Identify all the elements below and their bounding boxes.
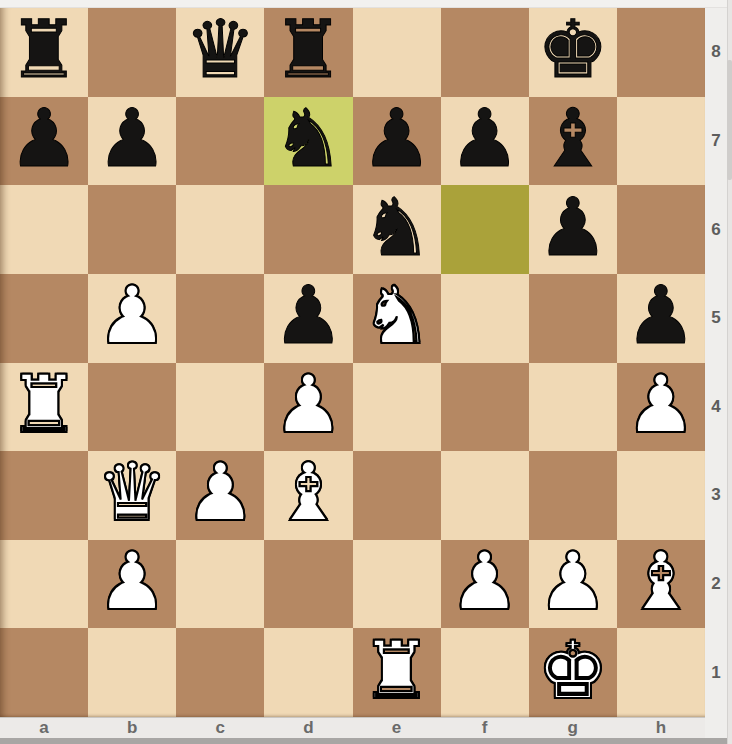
square-a8[interactable]: ♜ [0, 8, 88, 97]
square-b3[interactable]: ♛ [88, 451, 176, 540]
square-g4[interactable] [529, 363, 617, 452]
square-e4[interactable] [353, 363, 441, 452]
square-g5[interactable] [529, 274, 617, 363]
piece-white-rook[interactable]: ♜ [361, 631, 433, 711]
square-c1[interactable] [176, 628, 264, 717]
square-g1[interactable]: ♚ [529, 628, 617, 717]
rank-label-2: 2 [705, 540, 727, 629]
square-b1[interactable] [88, 628, 176, 717]
square-d7[interactable]: ♞ [264, 97, 352, 186]
piece-black-pawn[interactable]: ♟ [273, 276, 345, 356]
piece-black-king[interactable]: ♚ [537, 10, 609, 90]
piece-white-pawn[interactable]: ♟ [449, 542, 521, 622]
bottom-edge-bar [0, 738, 732, 744]
top-margin-strip [0, 0, 732, 8]
square-g3[interactable] [529, 451, 617, 540]
square-h1[interactable] [617, 628, 705, 717]
square-h8[interactable] [617, 8, 705, 97]
square-c6[interactable] [176, 185, 264, 274]
piece-white-pawn[interactable]: ♟ [273, 365, 345, 445]
file-label-d: d [264, 718, 352, 738]
piece-black-bishop[interactable]: ♝ [537, 99, 609, 179]
square-e8[interactable] [353, 8, 441, 97]
square-e7[interactable]: ♟ [353, 97, 441, 186]
square-d4[interactable]: ♟ [264, 363, 352, 452]
square-e5[interactable]: ♞ [353, 274, 441, 363]
square-d8[interactable]: ♜ [264, 8, 352, 97]
square-d2[interactable] [264, 540, 352, 629]
square-a2[interactable] [0, 540, 88, 629]
rank-label-4: 4 [705, 363, 727, 452]
scrollbar-thumb[interactable] [727, 60, 732, 180]
square-f6[interactable] [441, 185, 529, 274]
piece-black-pawn[interactable]: ♟ [625, 276, 697, 356]
square-c2[interactable] [176, 540, 264, 629]
square-g7[interactable]: ♝ [529, 97, 617, 186]
square-c4[interactable] [176, 363, 264, 452]
piece-black-queen[interactable]: ♛ [184, 10, 256, 90]
square-a1[interactable] [0, 628, 88, 717]
scrollbar[interactable] [727, 0, 732, 744]
piece-black-pawn[interactable]: ♟ [8, 99, 80, 179]
piece-black-pawn[interactable]: ♟ [449, 99, 521, 179]
square-f7[interactable]: ♟ [441, 97, 529, 186]
square-e6[interactable]: ♞ [353, 185, 441, 274]
square-e2[interactable] [353, 540, 441, 629]
square-g8[interactable]: ♚ [529, 8, 617, 97]
piece-white-rook[interactable]: ♜ [8, 365, 80, 445]
square-f1[interactable] [441, 628, 529, 717]
square-h2[interactable]: ♝ [617, 540, 705, 629]
square-c5[interactable] [176, 274, 264, 363]
square-e3[interactable] [353, 451, 441, 540]
square-f4[interactable] [441, 363, 529, 452]
square-b6[interactable] [88, 185, 176, 274]
square-b5[interactable]: ♟ [88, 274, 176, 363]
file-label-c: c [176, 718, 264, 738]
square-d5[interactable]: ♟ [264, 274, 352, 363]
square-a6[interactable] [0, 185, 88, 274]
square-f5[interactable] [441, 274, 529, 363]
file-label-f: f [441, 718, 529, 738]
chess-board[interactable]: ♜♛♜♚♟♟♞♟♟♝♞♟♟♟♞♟♜♟♟♛♟♝♟♟♟♝♜♚ [0, 8, 705, 717]
rank-label-3: 3 [705, 451, 727, 540]
piece-white-queen[interactable]: ♛ [96, 453, 168, 533]
square-f8[interactable] [441, 8, 529, 97]
piece-black-knight[interactable]: ♞ [361, 188, 433, 268]
rank-label-1: 1 [705, 628, 727, 717]
piece-white-king[interactable]: ♚ [537, 631, 609, 711]
piece-black-pawn[interactable]: ♟ [537, 188, 609, 268]
square-a7[interactable]: ♟ [0, 97, 88, 186]
file-label-a: a [0, 718, 88, 738]
square-h3[interactable] [617, 451, 705, 540]
square-a3[interactable] [0, 451, 88, 540]
rank-labels: 87654321 [705, 8, 727, 717]
rank-label-8: 8 [705, 8, 727, 97]
piece-black-pawn[interactable]: ♟ [96, 99, 168, 179]
piece-black-rook[interactable]: ♜ [273, 10, 345, 90]
file-label-h: h [617, 718, 705, 738]
square-f2[interactable]: ♟ [441, 540, 529, 629]
file-label-b: b [88, 718, 176, 738]
square-h6[interactable] [617, 185, 705, 274]
square-g2[interactable]: ♟ [529, 540, 617, 629]
square-d1[interactable] [264, 628, 352, 717]
square-b2[interactable]: ♟ [88, 540, 176, 629]
piece-white-pawn[interactable]: ♟ [184, 453, 256, 533]
piece-white-bishop[interactable]: ♝ [273, 453, 345, 533]
rank-label-6: 6 [705, 185, 727, 274]
square-a5[interactable] [0, 274, 88, 363]
piece-white-pawn[interactable]: ♟ [625, 365, 697, 445]
piece-white-pawn[interactable]: ♟ [537, 542, 609, 622]
file-labels: abcdefgh [0, 717, 705, 738]
piece-white-bishop[interactable]: ♝ [625, 542, 697, 622]
square-e1[interactable]: ♜ [353, 628, 441, 717]
chess-app-page: ♜♛♜♚♟♟♞♟♟♝♞♟♟♟♞♟♜♟♟♛♟♝♟♟♟♝♜♚ 87654321 ab… [0, 0, 732, 744]
piece-white-knight[interactable]: ♞ [361, 276, 433, 356]
square-b8[interactable] [88, 8, 176, 97]
square-f3[interactable] [441, 451, 529, 540]
square-h4[interactable]: ♟ [617, 363, 705, 452]
file-label-e: e [353, 718, 441, 738]
square-a4[interactable]: ♜ [0, 363, 88, 452]
square-g6[interactable]: ♟ [529, 185, 617, 274]
square-h7[interactable] [617, 97, 705, 186]
piece-black-rook[interactable]: ♜ [8, 10, 80, 90]
square-d3[interactable]: ♝ [264, 451, 352, 540]
square-c8[interactable]: ♛ [176, 8, 264, 97]
piece-black-knight[interactable]: ♞ [273, 99, 345, 179]
piece-white-pawn[interactable]: ♟ [96, 542, 168, 622]
square-c3[interactable]: ♟ [176, 451, 264, 540]
square-h5[interactable]: ♟ [617, 274, 705, 363]
square-b7[interactable]: ♟ [88, 97, 176, 186]
rank-label-7: 7 [705, 97, 727, 186]
file-label-g: g [529, 718, 617, 738]
square-c7[interactable] [176, 97, 264, 186]
square-d6[interactable] [264, 185, 352, 274]
piece-black-pawn[interactable]: ♟ [361, 99, 433, 179]
square-b4[interactable] [88, 363, 176, 452]
rank-label-5: 5 [705, 274, 727, 363]
piece-white-pawn[interactable]: ♟ [96, 276, 168, 356]
